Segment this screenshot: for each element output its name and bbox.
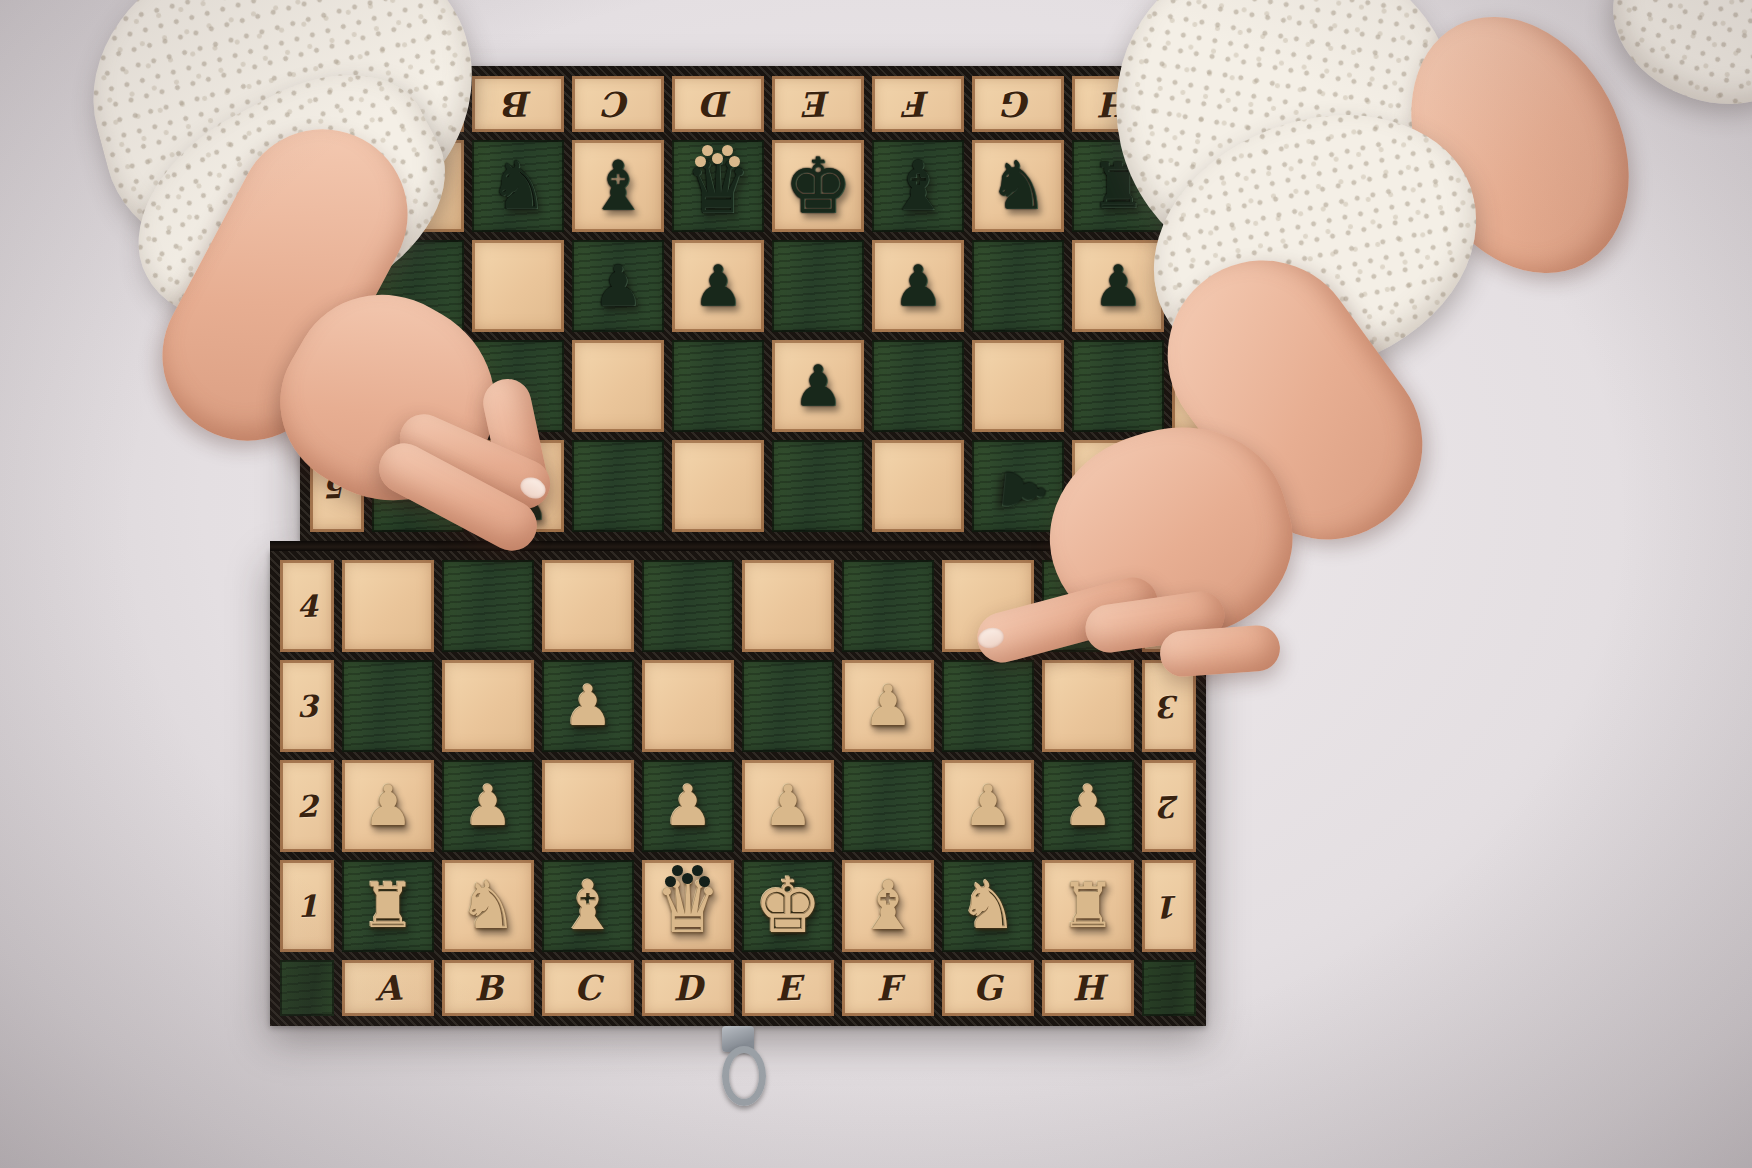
- square-h2[interactable]: ♟: [1042, 760, 1134, 852]
- black-bishop-c8[interactable]: ♝: [588, 152, 649, 220]
- square-c7[interactable]: ♟: [572, 240, 664, 332]
- white-bishop-c1[interactable]: ♝: [558, 872, 619, 940]
- file-label-bottom-d-label: D: [673, 967, 704, 1008]
- white-king-e1[interactable]: ♚: [754, 868, 822, 944]
- white-pawn-f3[interactable]: ♟: [863, 678, 913, 734]
- file-label-top-b-label: B: [503, 84, 533, 125]
- square-e3[interactable]: [742, 660, 834, 752]
- square-d2[interactable]: ♟: [642, 760, 734, 852]
- square-b2[interactable]: ♟: [442, 760, 534, 852]
- square-d6[interactable]: [672, 340, 764, 432]
- square-d3[interactable]: [642, 660, 734, 752]
- square-a4[interactable]: [342, 560, 434, 652]
- square-g8[interactable]: ♞: [972, 140, 1064, 232]
- square-c8[interactable]: ♝: [572, 140, 664, 232]
- square-f5[interactable]: [872, 440, 964, 532]
- black-knight-b8[interactable]: ♞: [488, 153, 547, 219]
- file-label-top-d: D: [672, 76, 764, 132]
- square-g1[interactable]: ♞: [942, 860, 1034, 952]
- square-d8[interactable]: ♛: [672, 140, 764, 232]
- square-c2[interactable]: [542, 760, 634, 852]
- square-g5[interactable]: ♟: [972, 440, 1064, 532]
- frame-corner-bottom-right: [1142, 960, 1196, 1016]
- white-knight-g1[interactable]: ♞: [958, 873, 1017, 939]
- square-f8[interactable]: ♝: [872, 140, 964, 232]
- square-h3[interactable]: [1042, 660, 1134, 752]
- rank-label-left-3-label: 3: [296, 688, 318, 724]
- board-latch: [716, 1026, 760, 1110]
- square-f1[interactable]: ♝: [842, 860, 934, 952]
- square-e4[interactable]: [742, 560, 834, 652]
- square-g3[interactable]: [942, 660, 1034, 752]
- square-d4[interactable]: [642, 560, 734, 652]
- right-curled-finger-2: [1159, 624, 1282, 678]
- black-pawn-e6[interactable]: ♟: [793, 358, 843, 414]
- file-label-top-b: B: [472, 76, 564, 132]
- square-e1[interactable]: ♚: [742, 860, 834, 952]
- square-f3[interactable]: ♟: [842, 660, 934, 752]
- file-label-bottom-c-label: C: [574, 968, 602, 1009]
- rank-label-left-1-label: 1: [296, 888, 318, 924]
- white-pawn-e2[interactable]: ♟: [763, 778, 813, 834]
- scene: ABCDEFGH8♞♝♛♚♝♞♜87♟♟♟♟76♟65♟♟5 443♟♟32♟♟…: [0, 0, 1752, 1168]
- square-a2[interactable]: ♟: [342, 760, 434, 852]
- square-b3[interactable]: [442, 660, 534, 752]
- white-bishop-f1[interactable]: ♝: [858, 872, 919, 940]
- file-label-top-g-label: G: [1003, 84, 1033, 125]
- square-h7[interactable]: ♟: [1072, 240, 1164, 332]
- square-g2[interactable]: ♟: [942, 760, 1034, 852]
- black-pawn-f7[interactable]: ♟: [893, 258, 943, 314]
- square-e2[interactable]: ♟: [742, 760, 834, 852]
- square-a1[interactable]: ♜: [342, 860, 434, 952]
- square-f4[interactable]: [842, 560, 934, 652]
- file-label-bottom-b: B: [442, 960, 534, 1016]
- square-e7[interactable]: [772, 240, 864, 332]
- square-c3[interactable]: ♟: [542, 660, 634, 752]
- file-label-bottom-d: D: [642, 960, 734, 1016]
- file-label-bottom-b-label: B: [473, 968, 503, 1009]
- file-label-bottom-c: C: [542, 960, 634, 1016]
- white-pawn-a2[interactable]: ♟: [363, 778, 413, 834]
- square-e8[interactable]: ♚: [772, 140, 864, 232]
- square-d1[interactable]: ♛: [642, 860, 734, 952]
- rank-label-right-1-label: 1: [1158, 888, 1180, 924]
- file-label-bottom-f: F: [842, 960, 934, 1016]
- rank-label-left-2: 2: [280, 760, 334, 852]
- file-label-bottom-g-label: G: [973, 968, 1003, 1009]
- rank-label-left-3: 3: [280, 660, 334, 752]
- rank-label-right-3-label: 3: [1158, 688, 1180, 724]
- file-label-bottom-f-label: F: [875, 968, 901, 1009]
- file-label-bottom-a-label: A: [374, 968, 402, 1009]
- square-b7[interactable]: [472, 240, 564, 332]
- rank-label-right-2-label: 2: [1158, 788, 1180, 824]
- white-pawn-d2[interactable]: ♟: [663, 778, 713, 834]
- file-label-top-e: E: [772, 76, 864, 132]
- white-pawn-b2[interactable]: ♟: [463, 778, 513, 834]
- rank-label-left-2-label: 2: [296, 788, 318, 824]
- rank-label-right-2: 2: [1142, 760, 1196, 852]
- black-knight-g8[interactable]: ♞: [988, 153, 1047, 219]
- square-g7[interactable]: [972, 240, 1064, 332]
- white-pawn-h2[interactable]: ♟: [1063, 778, 1113, 834]
- square-f2[interactable]: [842, 760, 934, 852]
- square-b4[interactable]: [442, 560, 534, 652]
- file-label-top-f-label: F: [905, 84, 931, 125]
- square-h1[interactable]: ♜: [1042, 860, 1134, 952]
- black-queen-d8[interactable]: ♛: [685, 149, 751, 223]
- square-b1[interactable]: ♞: [442, 860, 534, 952]
- white-pawn-g2[interactable]: ♟: [963, 778, 1013, 834]
- black-pawn-d7[interactable]: ♟: [693, 258, 743, 314]
- file-label-bottom-e: E: [742, 960, 834, 1016]
- square-b8[interactable]: ♞: [472, 140, 564, 232]
- rank-label-left-4-label: 4: [296, 588, 318, 624]
- square-e6[interactable]: ♟: [772, 340, 864, 432]
- latch-ring: [722, 1046, 766, 1106]
- black-pawn-c7[interactable]: ♟: [593, 258, 643, 314]
- rank-label-left-4: 4: [280, 560, 334, 652]
- square-d5[interactable]: [672, 440, 764, 532]
- white-rook-h1[interactable]: ♜: [1060, 875, 1116, 937]
- square-d7[interactable]: ♟: [672, 240, 764, 332]
- file-label-bottom-e-label: E: [774, 968, 801, 1009]
- black-pawn-g5[interactable]: ♟: [993, 463, 1054, 519]
- rank-label-left-1: 1: [280, 860, 334, 952]
- white-rook-a1[interactable]: ♜: [360, 875, 416, 937]
- white-pawn-c3[interactable]: ♟: [563, 678, 613, 734]
- frame-corner-bottom-left: [280, 960, 334, 1016]
- file-label-top-g: G: [972, 76, 1064, 132]
- file-label-bottom-h-label: H: [1071, 967, 1105, 1008]
- square-c4[interactable]: [542, 560, 634, 652]
- square-f7[interactable]: ♟: [872, 240, 964, 332]
- square-a3[interactable]: [342, 660, 434, 752]
- black-bishop-f8[interactable]: ♝: [888, 152, 949, 220]
- file-label-top-c-label: C: [604, 84, 632, 125]
- black-pawn-h7[interactable]: ♟: [1093, 258, 1143, 314]
- file-label-top-d-label: D: [703, 83, 734, 124]
- square-h6[interactable]: [1072, 340, 1164, 432]
- square-e5[interactable]: [772, 440, 864, 532]
- square-g6[interactable]: [972, 340, 1064, 432]
- rank-label-right-1: 1: [1142, 860, 1196, 952]
- file-label-bottom-h: H: [1042, 960, 1134, 1016]
- square-c5[interactable]: [572, 440, 664, 532]
- square-c1[interactable]: ♝: [542, 860, 634, 952]
- file-label-top-e-label: E: [804, 84, 831, 125]
- file-label-top-c: C: [572, 76, 664, 132]
- file-label-top-f: F: [872, 76, 964, 132]
- square-f6[interactable]: [872, 340, 964, 432]
- file-label-bottom-a: A: [342, 960, 434, 1016]
- file-label-bottom-g: G: [942, 960, 1034, 1016]
- square-c6[interactable]: [572, 340, 664, 432]
- white-queen-d1[interactable]: ♛: [655, 869, 721, 943]
- white-knight-b1[interactable]: ♞: [458, 873, 517, 939]
- black-king-e8[interactable]: ♚: [784, 148, 852, 224]
